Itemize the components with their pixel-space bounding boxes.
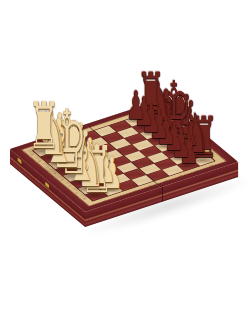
light-rook-piece[interactable]: ♜ xyxy=(28,94,60,158)
dark-pawn-piece[interactable]: ♟ xyxy=(126,86,146,126)
product-photo-stage: ABCDEFGH 87654321 ♜♞♝♛♚♝♞♜♟♟♟♟♟♟♟♟♟♟♟♟♟♟… xyxy=(0,0,250,311)
fold-seam-side xyxy=(162,187,163,202)
